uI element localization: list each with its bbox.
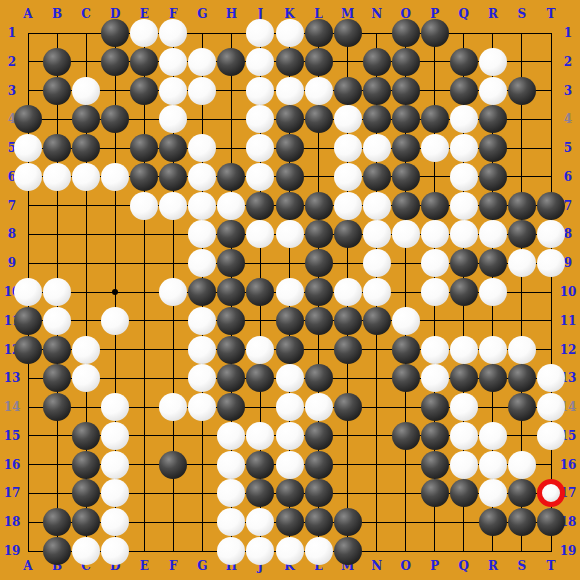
white-stone-D11[interactable]: [101, 307, 129, 335]
row-label-2: 2: [557, 55, 579, 69]
white-stone-Q6[interactable]: [450, 163, 478, 191]
column-label-T: T: [543, 7, 559, 21]
black-stone-L11[interactable]: [305, 307, 333, 335]
column-label-N: N: [369, 559, 385, 573]
black-stone-B12[interactable]: [43, 336, 71, 364]
black-stone-P16[interactable]: [421, 451, 449, 479]
black-stone-B14[interactable]: [43, 393, 71, 421]
white-stone-N8[interactable]: [363, 220, 391, 248]
white-stone-D6[interactable]: [101, 163, 129, 191]
black-stone-S13[interactable]: [508, 364, 536, 392]
black-stone-F5[interactable]: [159, 134, 187, 162]
white-stone-R3[interactable]: [479, 77, 507, 105]
black-stone-J7[interactable]: [246, 192, 274, 220]
black-stone-O13[interactable]: [392, 364, 420, 392]
black-stone-D4[interactable]: [101, 105, 129, 133]
black-stone-L17[interactable]: [305, 479, 333, 507]
black-stone-C5[interactable]: [72, 134, 100, 162]
black-stone-L1[interactable]: [305, 19, 333, 47]
white-stone-Q7[interactable]: [450, 192, 478, 220]
black-stone-N11[interactable]: [363, 307, 391, 335]
column-label-S: S: [514, 7, 530, 21]
go-board-screen: ABCDEFGHJKLMNOPQRST ABCDEFGHJKLMNOPQRST …: [0, 0, 580, 580]
black-stone-P14[interactable]: [421, 393, 449, 421]
black-stone-R6[interactable]: [479, 163, 507, 191]
column-label-A: A: [20, 559, 36, 573]
row-label-16: 16: [557, 458, 579, 472]
black-stone-H6[interactable]: [217, 163, 245, 191]
black-stone-L9[interactable]: [305, 249, 333, 277]
white-stone-F7[interactable]: [159, 192, 187, 220]
white-stone-S9[interactable]: [508, 249, 536, 277]
black-stone-T7[interactable]: [537, 192, 565, 220]
white-stone-F1[interactable]: [159, 19, 187, 47]
black-stone-M3[interactable]: [334, 77, 362, 105]
grid-line-vertical: [551, 33, 552, 552]
column-label-E: E: [136, 559, 152, 573]
black-stone-R5[interactable]: [479, 134, 507, 162]
white-stone-B11[interactable]: [43, 307, 71, 335]
white-stone-K16[interactable]: [276, 451, 304, 479]
white-stone-A6[interactable]: [14, 163, 42, 191]
black-stone-E2[interactable]: [130, 48, 158, 76]
column-label-R: R: [485, 559, 501, 573]
white-stone-A5[interactable]: [14, 134, 42, 162]
white-stone-T14[interactable]: [537, 393, 565, 421]
row-label-1: 1: [557, 26, 579, 40]
white-stone-C19[interactable]: [72, 537, 100, 565]
black-stone-S3[interactable]: [508, 77, 536, 105]
white-stone-P5[interactable]: [421, 134, 449, 162]
white-stone-O11[interactable]: [392, 307, 420, 335]
black-stone-S7[interactable]: [508, 192, 536, 220]
white-stone-H7[interactable]: [217, 192, 245, 220]
black-stone-P15[interactable]: [421, 422, 449, 450]
column-label-N: N: [369, 7, 385, 21]
row-label-15: 15: [1, 429, 23, 443]
black-stone-Q3[interactable]: [450, 77, 478, 105]
black-stone-L7[interactable]: [305, 192, 333, 220]
white-stone-R2[interactable]: [479, 48, 507, 76]
white-stone-F3[interactable]: [159, 77, 187, 105]
column-label-A: A: [20, 7, 36, 21]
white-stone-E7[interactable]: [130, 192, 158, 220]
black-stone-Q10[interactable]: [450, 278, 478, 306]
white-stone-C3[interactable]: [72, 77, 100, 105]
white-stone-J2[interactable]: [246, 48, 274, 76]
black-stone-S14[interactable]: [508, 393, 536, 421]
column-label-O: O: [398, 559, 414, 573]
white-stone-L3[interactable]: [305, 77, 333, 105]
white-stone-G13[interactable]: [188, 364, 216, 392]
black-stone-L2[interactable]: [305, 48, 333, 76]
black-stone-L8[interactable]: [305, 220, 333, 248]
white-stone-R15[interactable]: [479, 422, 507, 450]
white-stone-H17[interactable]: [217, 479, 245, 507]
black-stone-P4[interactable]: [421, 105, 449, 133]
row-label-18: 18: [1, 515, 23, 529]
column-label-S: S: [514, 559, 530, 573]
black-stone-F6[interactable]: [159, 163, 187, 191]
black-stone-N3[interactable]: [363, 77, 391, 105]
black-stone-N4[interactable]: [363, 105, 391, 133]
black-stone-M11[interactable]: [334, 307, 362, 335]
row-label-1: 1: [1, 26, 23, 40]
black-stone-R9[interactable]: [479, 249, 507, 277]
black-stone-K18[interactable]: [276, 508, 304, 536]
black-stone-O15[interactable]: [392, 422, 420, 450]
column-label-P: P: [427, 559, 443, 573]
column-label-Q: Q: [456, 7, 472, 21]
row-label-2: 2: [1, 55, 23, 69]
black-stone-L13[interactable]: [305, 364, 333, 392]
black-stone-K11[interactable]: [276, 307, 304, 335]
black-stone-T18[interactable]: [537, 508, 565, 536]
white-stone-G7[interactable]: [188, 192, 216, 220]
white-stone-J3[interactable]: [246, 77, 274, 105]
black-stone-B3[interactable]: [43, 77, 71, 105]
black-stone-D2[interactable]: [101, 48, 129, 76]
black-stone-L18[interactable]: [305, 508, 333, 536]
row-label-16: 16: [1, 458, 23, 472]
black-stone-Q17[interactable]: [450, 479, 478, 507]
white-stone-B10[interactable]: [43, 278, 71, 306]
black-stone-O2[interactable]: [392, 48, 420, 76]
black-stone-O6[interactable]: [392, 163, 420, 191]
black-stone-H9[interactable]: [217, 249, 245, 277]
white-stone-M6[interactable]: [334, 163, 362, 191]
row-label-3: 3: [557, 84, 579, 98]
column-label-B: B: [49, 7, 65, 21]
white-stone-F14[interactable]: [159, 393, 187, 421]
white-stone-F4[interactable]: [159, 105, 187, 133]
black-stone-B19[interactable]: [43, 537, 71, 565]
black-stone-Q13[interactable]: [450, 364, 478, 392]
black-stone-K5[interactable]: [276, 134, 304, 162]
white-stone-T13[interactable]: [537, 364, 565, 392]
column-label-T: T: [543, 559, 559, 573]
black-stone-O1[interactable]: [392, 19, 420, 47]
column-label-R: R: [485, 7, 501, 21]
black-stone-R4[interactable]: [479, 105, 507, 133]
white-stone-J6[interactable]: [246, 163, 274, 191]
black-stone-O3[interactable]: [392, 77, 420, 105]
white-stone-L19[interactable]: [305, 537, 333, 565]
white-stone-D16[interactable]: [101, 451, 129, 479]
white-stone-S12[interactable]: [508, 336, 536, 364]
row-label-13: 13: [1, 371, 23, 385]
black-stone-K12[interactable]: [276, 336, 304, 364]
white-stone-R10[interactable]: [479, 278, 507, 306]
black-stone-L10[interactable]: [305, 278, 333, 306]
row-label-19: 19: [557, 544, 579, 558]
black-stone-A12[interactable]: [14, 336, 42, 364]
black-stone-N6[interactable]: [363, 163, 391, 191]
white-stone-N5[interactable]: [363, 134, 391, 162]
white-stone-R8[interactable]: [479, 220, 507, 248]
white-stone-K14[interactable]: [276, 393, 304, 421]
white-stone-H18[interactable]: [217, 508, 245, 536]
white-stone-Q16[interactable]: [450, 451, 478, 479]
white-stone-Q14[interactable]: [450, 393, 478, 421]
black-stone-C17[interactable]: [72, 479, 100, 507]
white-stone-P12[interactable]: [421, 336, 449, 364]
black-stone-K7[interactable]: [276, 192, 304, 220]
black-stone-H10[interactable]: [217, 278, 245, 306]
black-stone-R13[interactable]: [479, 364, 507, 392]
black-stone-M18[interactable]: [334, 508, 362, 536]
white-stone-K3[interactable]: [276, 77, 304, 105]
white-stone-T8[interactable]: [537, 220, 565, 248]
white-stone-G5[interactable]: [188, 134, 216, 162]
white-stone-G11[interactable]: [188, 307, 216, 335]
white-stone-D17[interactable]: [101, 479, 129, 507]
row-label-6: 6: [557, 170, 579, 184]
black-stone-J13[interactable]: [246, 364, 274, 392]
white-stone-S16[interactable]: [508, 451, 536, 479]
black-stone-K2[interactable]: [276, 48, 304, 76]
black-stone-M19[interactable]: [334, 537, 362, 565]
black-stone-E3[interactable]: [130, 77, 158, 105]
white-stone-M5[interactable]: [334, 134, 362, 162]
white-stone-J1[interactable]: [246, 19, 274, 47]
column-label-G: G: [194, 7, 210, 21]
black-stone-L4[interactable]: [305, 105, 333, 133]
white-stone-N9[interactable]: [363, 249, 391, 277]
white-stone-J18[interactable]: [246, 508, 274, 536]
black-stone-L16[interactable]: [305, 451, 333, 479]
white-stone-K19[interactable]: [276, 537, 304, 565]
row-label-11: 11: [557, 314, 579, 328]
white-stone-G3[interactable]: [188, 77, 216, 105]
white-stone-J5[interactable]: [246, 134, 274, 162]
row-label-17: 17: [1, 486, 23, 500]
black-stone-B18[interactable]: [43, 508, 71, 536]
black-stone-J17[interactable]: [246, 479, 274, 507]
row-label-8: 8: [1, 227, 23, 241]
white-stone-Q12[interactable]: [450, 336, 478, 364]
white-stone-Q8[interactable]: [450, 220, 478, 248]
white-stone-T15[interactable]: [537, 422, 565, 450]
white-stone-F10[interactable]: [159, 278, 187, 306]
black-stone-S18[interactable]: [508, 508, 536, 536]
white-stone-Q15[interactable]: [450, 422, 478, 450]
black-stone-N2[interactable]: [363, 48, 391, 76]
black-stone-S17[interactable]: [508, 479, 536, 507]
row-label-5: 5: [557, 141, 579, 155]
black-stone-E6[interactable]: [130, 163, 158, 191]
row-label-3: 3: [1, 84, 23, 98]
star-point-D10: [112, 289, 118, 295]
white-stone-H15[interactable]: [217, 422, 245, 450]
black-stone-R18[interactable]: [479, 508, 507, 536]
white-stone-O8[interactable]: [392, 220, 420, 248]
row-label-9: 9: [1, 256, 23, 270]
white-stone-R12[interactable]: [479, 336, 507, 364]
white-stone-N10[interactable]: [363, 278, 391, 306]
white-stone-J8[interactable]: [246, 220, 274, 248]
white-stone-J12[interactable]: [246, 336, 274, 364]
black-stone-M1[interactable]: [334, 19, 362, 47]
black-stone-O4[interactable]: [392, 105, 420, 133]
white-stone-G2[interactable]: [188, 48, 216, 76]
black-stone-K17[interactable]: [276, 479, 304, 507]
black-stone-H14[interactable]: [217, 393, 245, 421]
black-stone-L15[interactable]: [305, 422, 333, 450]
black-stone-J10[interactable]: [246, 278, 274, 306]
black-stone-Q2[interactable]: [450, 48, 478, 76]
black-stone-S8[interactable]: [508, 220, 536, 248]
black-stone-C4[interactable]: [72, 105, 100, 133]
white-stone-G12[interactable]: [188, 336, 216, 364]
black-stone-G10[interactable]: [188, 278, 216, 306]
black-stone-K6[interactable]: [276, 163, 304, 191]
black-stone-A4[interactable]: [14, 105, 42, 133]
white-stone-M10[interactable]: [334, 278, 362, 306]
white-stone-D19[interactable]: [101, 537, 129, 565]
black-stone-R7[interactable]: [479, 192, 507, 220]
black-stone-D1[interactable]: [101, 19, 129, 47]
white-stone-P10[interactable]: [421, 278, 449, 306]
black-stone-M12[interactable]: [334, 336, 362, 364]
white-stone-K10[interactable]: [276, 278, 304, 306]
white-stone-B6[interactable]: [43, 163, 71, 191]
white-stone-K13[interactable]: [276, 364, 304, 392]
black-stone-J16[interactable]: [246, 451, 274, 479]
white-stone-D18[interactable]: [101, 508, 129, 536]
black-stone-B2[interactable]: [43, 48, 71, 76]
row-label-19: 19: [1, 544, 23, 558]
white-stone-C13[interactable]: [72, 364, 100, 392]
white-stone-K1[interactable]: [276, 19, 304, 47]
white-stone-G6[interactable]: [188, 163, 216, 191]
black-stone-M8[interactable]: [334, 220, 362, 248]
black-stone-H2[interactable]: [217, 48, 245, 76]
white-stone-K15[interactable]: [276, 422, 304, 450]
white-stone-C12[interactable]: [72, 336, 100, 364]
column-label-H: H: [223, 7, 239, 21]
black-stone-P7[interactable]: [421, 192, 449, 220]
black-stone-P1[interactable]: [421, 19, 449, 47]
black-stone-C16[interactable]: [72, 451, 100, 479]
black-stone-O12[interactable]: [392, 336, 420, 364]
black-stone-Q9[interactable]: [450, 249, 478, 277]
column-label-Q: Q: [456, 559, 472, 573]
white-stone-G9[interactable]: [188, 249, 216, 277]
white-stone-E1[interactable]: [130, 19, 158, 47]
black-stone-M14[interactable]: [334, 393, 362, 421]
white-stone-R17[interactable]: [479, 479, 507, 507]
black-stone-C15[interactable]: [72, 422, 100, 450]
black-stone-B5[interactable]: [43, 134, 71, 162]
white-stone-C6[interactable]: [72, 163, 100, 191]
black-stone-F16[interactable]: [159, 451, 187, 479]
white-stone-D14[interactable]: [101, 393, 129, 421]
white-stone-F2[interactable]: [159, 48, 187, 76]
white-stone-A10[interactable]: [14, 278, 42, 306]
column-label-F: F: [165, 559, 181, 573]
white-stone-N7[interactable]: [363, 192, 391, 220]
white-stone-P13[interactable]: [421, 364, 449, 392]
black-stone-O5[interactable]: [392, 134, 420, 162]
black-stone-C18[interactable]: [72, 508, 100, 536]
white-stone-M4[interactable]: [334, 105, 362, 133]
white-stone-J19[interactable]: [246, 537, 274, 565]
black-stone-P17[interactable]: [421, 479, 449, 507]
black-stone-B13[interactable]: [43, 364, 71, 392]
white-stone-G14[interactable]: [188, 393, 216, 421]
row-label-4: 4: [557, 112, 579, 126]
white-stone-H19[interactable]: [217, 537, 245, 565]
row-label-12: 12: [557, 343, 579, 357]
white-stone-P8[interactable]: [421, 220, 449, 248]
black-stone-H11[interactable]: [217, 307, 245, 335]
black-stone-E5[interactable]: [130, 134, 158, 162]
white-stone-L14[interactable]: [305, 393, 333, 421]
black-stone-K4[interactable]: [276, 105, 304, 133]
column-label-G: G: [194, 559, 210, 573]
white-stone-Q4[interactable]: [450, 105, 478, 133]
white-stone-M7[interactable]: [334, 192, 362, 220]
row-label-14: 14: [1, 400, 23, 414]
black-stone-O7[interactable]: [392, 192, 420, 220]
black-stone-H8[interactable]: [217, 220, 245, 248]
white-stone-J15[interactable]: [246, 422, 274, 450]
white-stone-K8[interactable]: [276, 220, 304, 248]
white-stone-T9[interactable]: [537, 249, 565, 277]
white-stone-J4[interactable]: [246, 105, 274, 133]
white-stone-Q5[interactable]: [450, 134, 478, 162]
white-stone-P9[interactable]: [421, 249, 449, 277]
black-stone-A11[interactable]: [14, 307, 42, 335]
white-stone-D15[interactable]: [101, 422, 129, 450]
black-stone-H12[interactable]: [217, 336, 245, 364]
column-label-C: C: [78, 7, 94, 21]
black-stone-H13[interactable]: [217, 364, 245, 392]
white-stone-R16[interactable]: [479, 451, 507, 479]
white-stone-G8[interactable]: [188, 220, 216, 248]
white-stone-last-move-T17[interactable]: [537, 479, 565, 507]
row-label-7: 7: [1, 199, 23, 213]
grid-line-vertical: [144, 33, 145, 552]
row-label-10: 10: [557, 285, 579, 299]
white-stone-H16[interactable]: [217, 451, 245, 479]
